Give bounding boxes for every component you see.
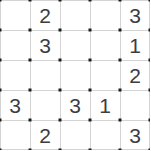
lattice-dot xyxy=(89,149,92,151)
lattice-dot xyxy=(119,59,122,62)
lattice-dot xyxy=(149,29,151,32)
lattice-dot xyxy=(89,89,92,92)
empty-cell-r4c5[interactable] xyxy=(120,90,150,120)
empty-cell-r5c4[interactable] xyxy=(90,120,120,150)
lattice-dot xyxy=(119,29,122,32)
slitherlink-board: 2331233123 xyxy=(0,0,150,150)
clue-cell-r5c2[interactable]: 2 xyxy=(30,120,60,150)
lattice-dot xyxy=(149,119,151,122)
lattice-dot xyxy=(0,119,2,122)
lattice-dot xyxy=(119,0,122,2)
empty-cell-r1c1[interactable] xyxy=(0,0,30,30)
lattice-dot xyxy=(29,29,32,32)
clue-cell-r2c2[interactable]: 3 xyxy=(30,30,60,60)
lattice-dot xyxy=(149,0,151,2)
empty-cell-r3c4[interactable] xyxy=(90,60,120,90)
lattice-dot xyxy=(59,89,62,92)
lattice-dot xyxy=(149,89,151,92)
lattice-dot xyxy=(29,119,32,122)
lattice-dot xyxy=(0,149,2,151)
lattice-dot xyxy=(29,59,32,62)
clue-cell-r2c5[interactable]: 1 xyxy=(120,30,150,60)
lattice-dot xyxy=(119,119,122,122)
lattice-dot xyxy=(119,149,122,151)
clue-cell-r4c3[interactable]: 3 xyxy=(60,90,90,120)
lattice-dot xyxy=(59,119,62,122)
lattice-dot xyxy=(149,59,151,62)
lattice-dot xyxy=(89,59,92,62)
clue-cell-r3c5[interactable]: 2 xyxy=(120,60,150,90)
lattice-dot xyxy=(89,29,92,32)
lattice-dot xyxy=(149,149,151,151)
clue-cell-r4c4[interactable]: 1 xyxy=(90,90,120,120)
clue-cell-r5c5[interactable]: 3 xyxy=(120,120,150,150)
lattice-dot xyxy=(0,89,2,92)
lattice-dot xyxy=(29,0,32,2)
empty-cell-r5c3[interactable] xyxy=(60,120,90,150)
lattice-dot xyxy=(59,0,62,2)
lattice-dot xyxy=(119,89,122,92)
empty-cell-r3c1[interactable] xyxy=(0,60,30,90)
lattice-dot xyxy=(59,59,62,62)
empty-cell-r2c3[interactable] xyxy=(60,30,90,60)
lattice-dot xyxy=(29,149,32,151)
lattice-dot xyxy=(29,89,32,92)
empty-cell-r2c1[interactable] xyxy=(0,30,30,60)
lattice-dot xyxy=(0,0,2,2)
empty-cell-r3c2[interactable] xyxy=(30,60,60,90)
lattice-dot xyxy=(59,149,62,151)
empty-cell-r1c3[interactable] xyxy=(60,0,90,30)
lattice-dot xyxy=(89,0,92,2)
empty-cell-r1c4[interactable] xyxy=(90,0,120,30)
empty-cell-r4c2[interactable] xyxy=(30,90,60,120)
clue-cell-r4c1[interactable]: 3 xyxy=(0,90,30,120)
empty-cell-r3c3[interactable] xyxy=(60,60,90,90)
clue-cell-r1c2[interactable]: 2 xyxy=(30,0,60,30)
empty-cell-r5c1[interactable] xyxy=(0,120,30,150)
empty-cell-r2c4[interactable] xyxy=(90,30,120,60)
clue-cell-r1c5[interactable]: 3 xyxy=(120,0,150,30)
lattice-dot xyxy=(89,119,92,122)
lattice-dot xyxy=(59,29,62,32)
lattice-dot xyxy=(0,59,2,62)
lattice-dot xyxy=(0,29,2,32)
